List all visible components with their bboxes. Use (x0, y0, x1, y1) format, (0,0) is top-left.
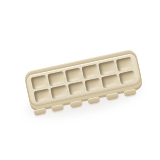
photo-canvas (0, 0, 160, 160)
cube-compartment (65, 68, 82, 82)
cube-compartment (82, 64, 99, 78)
cube-compartment (48, 71, 65, 85)
ice-cube-tray (24, 52, 144, 115)
cube-compartment (31, 75, 48, 89)
cube-compartment (99, 60, 116, 74)
cube-compartment (34, 88, 51, 102)
cube-compartment (51, 84, 68, 98)
cube-compartment (84, 77, 101, 91)
cube-compartment (67, 81, 84, 95)
cube-compartment (101, 74, 118, 88)
cube-compartment (118, 70, 135, 84)
cube-bottom-foot (123, 88, 136, 96)
cube-compartment (116, 57, 133, 71)
